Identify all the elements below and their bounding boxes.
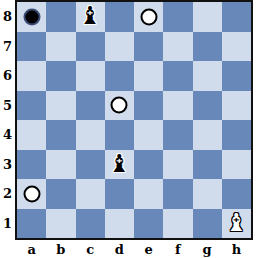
square-c3[interactable]	[76, 150, 105, 180]
square-b6[interactable]	[46, 61, 75, 91]
black-bishop[interactable]: ♝	[105, 150, 134, 180]
square-b8[interactable]	[46, 2, 75, 32]
rank-label-3: 3	[0, 150, 15, 180]
black-bishop[interactable]: ♝	[76, 2, 105, 32]
square-f2[interactable]	[163, 179, 192, 209]
rank-label-2: 2	[0, 179, 15, 209]
square-b2[interactable]	[46, 179, 75, 209]
square-c4[interactable]	[76, 120, 105, 150]
square-b5[interactable]	[46, 91, 75, 121]
square-e8[interactable]	[134, 2, 163, 32]
white-disc-marker[interactable]	[23, 185, 40, 202]
square-f7[interactable]	[163, 32, 192, 62]
square-d1[interactable]	[105, 209, 134, 239]
square-f5[interactable]	[163, 91, 192, 121]
file-label-d: d	[105, 240, 134, 258]
board: ♝♝♝	[17, 2, 251, 238]
square-h4[interactable]	[222, 120, 251, 150]
square-f4[interactable]	[163, 120, 192, 150]
rank-label-7: 7	[0, 32, 15, 62]
square-c1[interactable]	[76, 209, 105, 239]
square-a1[interactable]	[17, 209, 46, 239]
file-labels: abcdefgh	[17, 240, 251, 258]
square-d2[interactable]	[105, 179, 134, 209]
square-a7[interactable]	[17, 32, 46, 62]
square-d8[interactable]	[105, 2, 134, 32]
square-h7[interactable]	[222, 32, 251, 62]
square-a3[interactable]	[17, 150, 46, 180]
square-b7[interactable]	[46, 32, 75, 62]
file-label-a: a	[17, 240, 46, 258]
square-f1[interactable]	[163, 209, 192, 239]
square-f3[interactable]	[163, 150, 192, 180]
square-a6[interactable]	[17, 61, 46, 91]
board-frame: ♝♝♝	[15, 0, 253, 240]
square-b4[interactable]	[46, 120, 75, 150]
file-label-b: b	[46, 240, 75, 258]
square-g4[interactable]	[193, 120, 222, 150]
chess-board-window: 87654321 ♝♝♝ abcdefgh	[0, 0, 256, 258]
square-e3[interactable]	[134, 150, 163, 180]
square-d5[interactable]	[105, 91, 134, 121]
file-label-c: c	[76, 240, 105, 258]
square-e4[interactable]	[134, 120, 163, 150]
square-c7[interactable]	[76, 32, 105, 62]
square-h1[interactable]: ♝	[222, 209, 251, 239]
white-disc-marker[interactable]	[111, 97, 128, 114]
white-disc-marker[interactable]	[140, 8, 157, 25]
square-f6[interactable]	[163, 61, 192, 91]
rank-label-1: 1	[0, 209, 15, 239]
file-label-f: f	[163, 240, 192, 258]
square-d7[interactable]	[105, 32, 134, 62]
square-g5[interactable]	[193, 91, 222, 121]
rank-labels: 87654321	[0, 2, 15, 238]
square-c2[interactable]	[76, 179, 105, 209]
file-label-h: h	[222, 240, 251, 258]
rank-label-5: 5	[0, 91, 15, 121]
square-h6[interactable]	[222, 61, 251, 91]
black-disc-marker[interactable]	[23, 8, 40, 25]
square-e6[interactable]	[134, 61, 163, 91]
square-d4[interactable]	[105, 120, 134, 150]
square-b1[interactable]	[46, 209, 75, 239]
square-g6[interactable]	[193, 61, 222, 91]
square-g1[interactable]	[193, 209, 222, 239]
square-d6[interactable]	[105, 61, 134, 91]
square-e5[interactable]	[134, 91, 163, 121]
square-g8[interactable]	[193, 2, 222, 32]
square-c6[interactable]	[76, 61, 105, 91]
square-c5[interactable]	[76, 91, 105, 121]
white-bishop[interactable]: ♝	[222, 209, 251, 239]
square-a8[interactable]	[17, 2, 46, 32]
square-h2[interactable]	[222, 179, 251, 209]
square-h5[interactable]	[222, 91, 251, 121]
square-a2[interactable]	[17, 179, 46, 209]
square-a4[interactable]	[17, 120, 46, 150]
file-label-g: g	[193, 240, 222, 258]
square-b3[interactable]	[46, 150, 75, 180]
rank-label-6: 6	[0, 61, 15, 91]
square-h8[interactable]	[222, 2, 251, 32]
square-c8[interactable]: ♝	[76, 2, 105, 32]
square-f8[interactable]	[163, 2, 192, 32]
rank-label-8: 8	[0, 2, 15, 32]
square-e7[interactable]	[134, 32, 163, 62]
square-e1[interactable]	[134, 209, 163, 239]
square-a5[interactable]	[17, 91, 46, 121]
square-g7[interactable]	[193, 32, 222, 62]
square-g2[interactable]	[193, 179, 222, 209]
rank-label-4: 4	[0, 120, 15, 150]
square-d3[interactable]: ♝	[105, 150, 134, 180]
file-label-e: e	[134, 240, 163, 258]
square-h3[interactable]	[222, 150, 251, 180]
square-e2[interactable]	[134, 179, 163, 209]
square-g3[interactable]	[193, 150, 222, 180]
